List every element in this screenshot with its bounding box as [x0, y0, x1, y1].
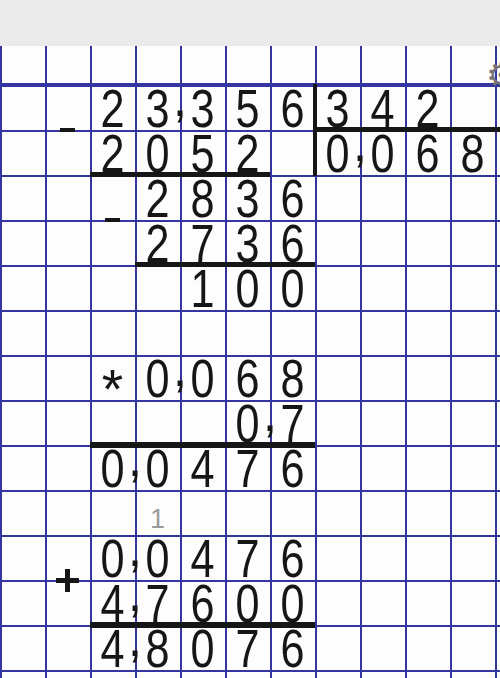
underline-under-2736 — [135, 262, 315, 267]
decimal-comma: , — [350, 117, 370, 169]
digit-cell: 6 — [275, 445, 311, 490]
digit-cell: 4 — [185, 445, 221, 490]
worksheet-screenshot: 2335634220520068283627361000068070047610… — [0, 0, 500, 678]
minus-sign — [105, 218, 120, 222]
minus-sign — [60, 128, 75, 132]
decimal-comma: , — [170, 342, 190, 394]
multiplication-sign: * — [90, 362, 135, 417]
digit-cell: 6 — [410, 130, 446, 175]
digit-cell: 0 — [230, 265, 266, 310]
digit-cell: 6 — [275, 85, 311, 130]
plus-sign — [56, 569, 79, 592]
decimal-comma: , — [125, 612, 145, 664]
decimal-comma: , — [170, 72, 190, 124]
digit-cell: 8 — [455, 130, 491, 175]
digit-cell: 0 — [275, 265, 311, 310]
decimal-comma: , — [260, 387, 280, 439]
digit-cell: 2 — [95, 130, 131, 175]
digit-cell: 2 — [140, 220, 176, 265]
decimal-comma: , — [125, 432, 145, 484]
worksheet-ink-layer: 2335634220520068283627361000068070047610… — [0, 0, 500, 678]
underline-multiplication-result — [90, 442, 315, 448]
digit-cell: 7 — [230, 625, 266, 670]
division-quotient-line — [315, 127, 500, 132]
digit-cell: 1 — [185, 265, 221, 310]
underline-under-2052 — [90, 172, 270, 177]
digit-cell: 6 — [275, 625, 311, 670]
digit-cell: 7 — [230, 445, 266, 490]
digit-cell: 0 — [185, 625, 221, 670]
gear-icon[interactable]: ⚙ — [486, 58, 500, 92]
underline-addition-result — [90, 622, 315, 628]
